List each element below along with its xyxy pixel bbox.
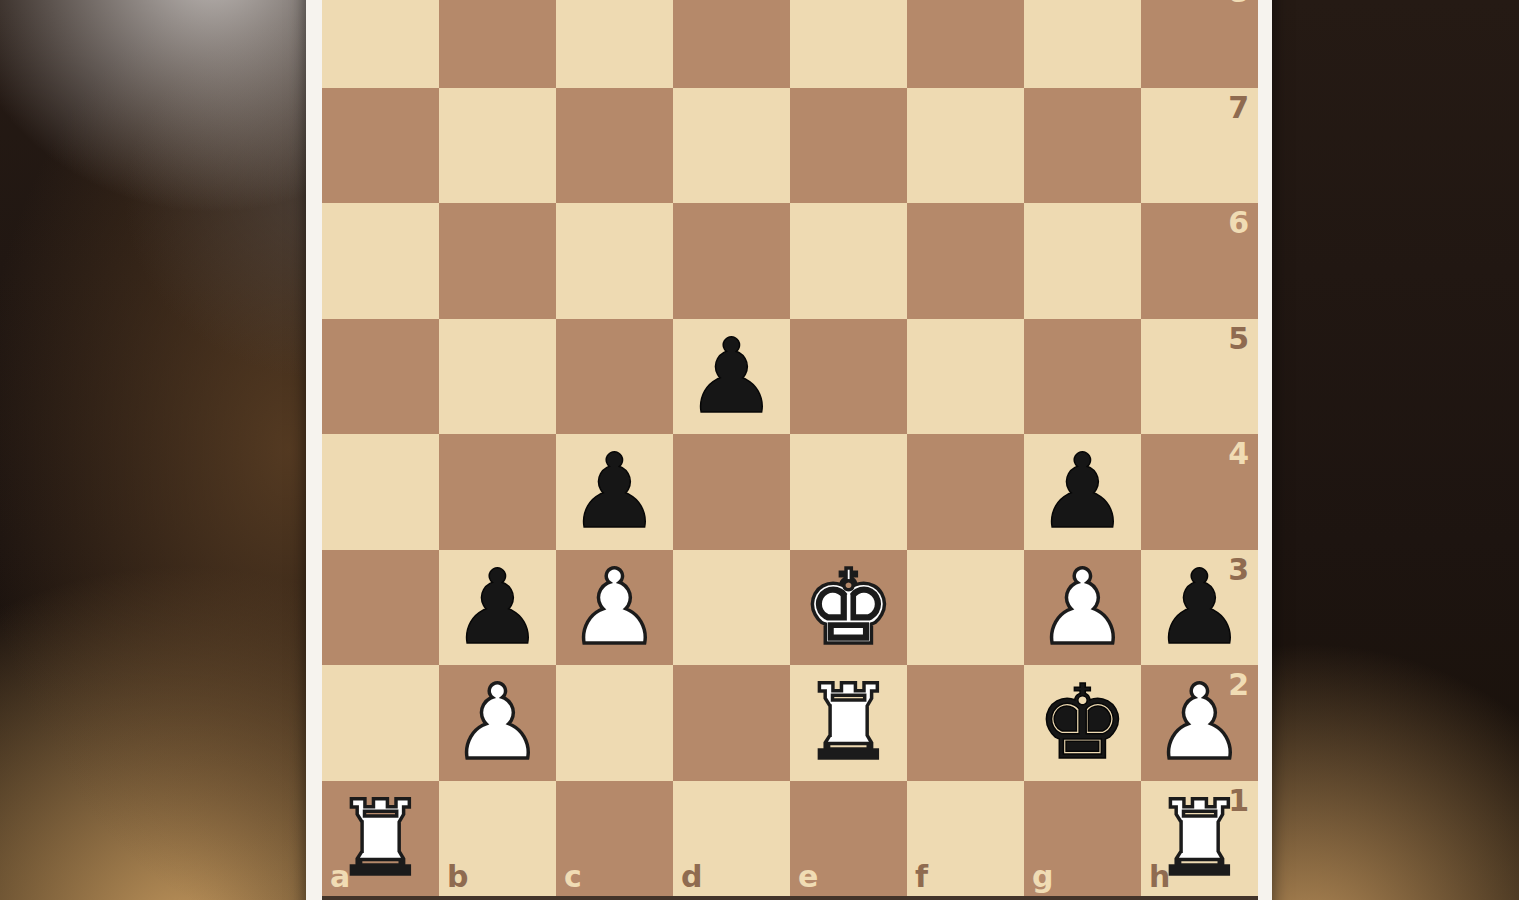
square-b6[interactable]: [439, 203, 556, 319]
square-h4[interactable]: 4: [1141, 434, 1258, 550]
white-pawn[interactable]: ♟: [556, 550, 673, 666]
square-g7[interactable]: [1024, 88, 1141, 204]
square-d1[interactable]: d: [673, 781, 790, 897]
square-e6[interactable]: [790, 203, 907, 319]
square-f3[interactable]: [907, 550, 1024, 666]
white-rook[interactable]: ♜: [1141, 781, 1258, 897]
square-d4[interactable]: [673, 434, 790, 550]
square-a4[interactable]: [322, 434, 439, 550]
square-a2[interactable]: [322, 665, 439, 781]
square-e2[interactable]: ♜: [790, 665, 907, 781]
square-b7[interactable]: [439, 88, 556, 204]
square-g1[interactable]: g: [1024, 781, 1141, 897]
rank-label-5: 5: [1228, 324, 1249, 354]
board-bottom-edge: [322, 896, 1258, 900]
square-f2[interactable]: [907, 665, 1024, 781]
file-label-b: b: [447, 862, 468, 892]
chess-board: 876♟5♟♟4♟♟♚♟3♟♟♜♚2♟a♜bcdefg1h♜: [322, 0, 1258, 896]
square-h8[interactable]: 8: [1141, 0, 1258, 88]
white-pawn[interactable]: ♟: [1024, 550, 1141, 666]
square-b8[interactable]: [439, 0, 556, 88]
square-b5[interactable]: [439, 319, 556, 435]
white-king[interactable]: ♚: [790, 550, 907, 666]
square-f1[interactable]: f: [907, 781, 1024, 897]
square-d3[interactable]: [673, 550, 790, 666]
square-a1[interactable]: a♜: [322, 781, 439, 897]
square-g6[interactable]: [1024, 203, 1141, 319]
white-rook[interactable]: ♜: [322, 781, 439, 897]
square-f7[interactable]: [907, 88, 1024, 204]
square-f6[interactable]: [907, 203, 1024, 319]
square-c8[interactable]: [556, 0, 673, 88]
square-c2[interactable]: [556, 665, 673, 781]
square-h5[interactable]: 5: [1141, 319, 1258, 435]
square-e8[interactable]: [790, 0, 907, 88]
file-label-d: d: [681, 862, 702, 892]
square-f5[interactable]: [907, 319, 1024, 435]
square-h7[interactable]: 7: [1141, 88, 1258, 204]
square-b2[interactable]: ♟: [439, 665, 556, 781]
black-pawn[interactable]: ♟: [1024, 434, 1141, 550]
square-d5[interactable]: ♟: [673, 319, 790, 435]
black-pawn[interactable]: ♟: [439, 550, 556, 666]
square-g3[interactable]: ♟: [1024, 550, 1141, 666]
square-d8[interactable]: [673, 0, 790, 88]
square-f4[interactable]: [907, 434, 1024, 550]
square-h2[interactable]: 2♟: [1141, 665, 1258, 781]
rank-label-7: 7: [1228, 93, 1249, 123]
square-b3[interactable]: ♟: [439, 550, 556, 666]
square-a5[interactable]: [322, 319, 439, 435]
file-label-e: e: [798, 862, 818, 892]
black-king[interactable]: ♚: [1024, 665, 1141, 781]
square-f8[interactable]: [907, 0, 1024, 88]
rank-label-4: 4: [1228, 439, 1249, 469]
file-label-g: g: [1032, 862, 1053, 892]
square-d7[interactable]: [673, 88, 790, 204]
square-h6[interactable]: 6: [1141, 203, 1258, 319]
square-e7[interactable]: [790, 88, 907, 204]
square-b1[interactable]: b: [439, 781, 556, 897]
rank-label-8: 8: [1228, 0, 1249, 7]
square-c7[interactable]: [556, 88, 673, 204]
square-d2[interactable]: [673, 665, 790, 781]
square-a7[interactable]: [322, 88, 439, 204]
square-c1[interactable]: c: [556, 781, 673, 897]
square-a8[interactable]: [322, 0, 439, 88]
white-pawn[interactable]: ♟: [1141, 665, 1258, 781]
square-g4[interactable]: ♟: [1024, 434, 1141, 550]
square-g2[interactable]: ♚: [1024, 665, 1141, 781]
square-c3[interactable]: ♟: [556, 550, 673, 666]
rank-label-6: 6: [1228, 208, 1249, 238]
file-label-c: c: [564, 862, 582, 892]
square-e5[interactable]: [790, 319, 907, 435]
square-e3[interactable]: ♚: [790, 550, 907, 666]
square-a3[interactable]: [322, 550, 439, 666]
black-pawn[interactable]: ♟: [556, 434, 673, 550]
black-pawn[interactable]: ♟: [1141, 550, 1258, 666]
file-label-f: f: [915, 862, 928, 892]
square-a6[interactable]: [322, 203, 439, 319]
square-e4[interactable]: [790, 434, 907, 550]
black-pawn[interactable]: ♟: [673, 319, 790, 435]
square-g8[interactable]: [1024, 0, 1141, 88]
square-c6[interactable]: [556, 203, 673, 319]
square-g5[interactable]: [1024, 319, 1141, 435]
square-e1[interactable]: e: [790, 781, 907, 897]
square-h1[interactable]: 1h♜: [1141, 781, 1258, 897]
square-c4[interactable]: ♟: [556, 434, 673, 550]
white-rook[interactable]: ♜: [790, 665, 907, 781]
square-b4[interactable]: [439, 434, 556, 550]
square-d6[interactable]: [673, 203, 790, 319]
square-h3[interactable]: 3♟: [1141, 550, 1258, 666]
white-pawn[interactable]: ♟: [439, 665, 556, 781]
square-c5[interactable]: [556, 319, 673, 435]
